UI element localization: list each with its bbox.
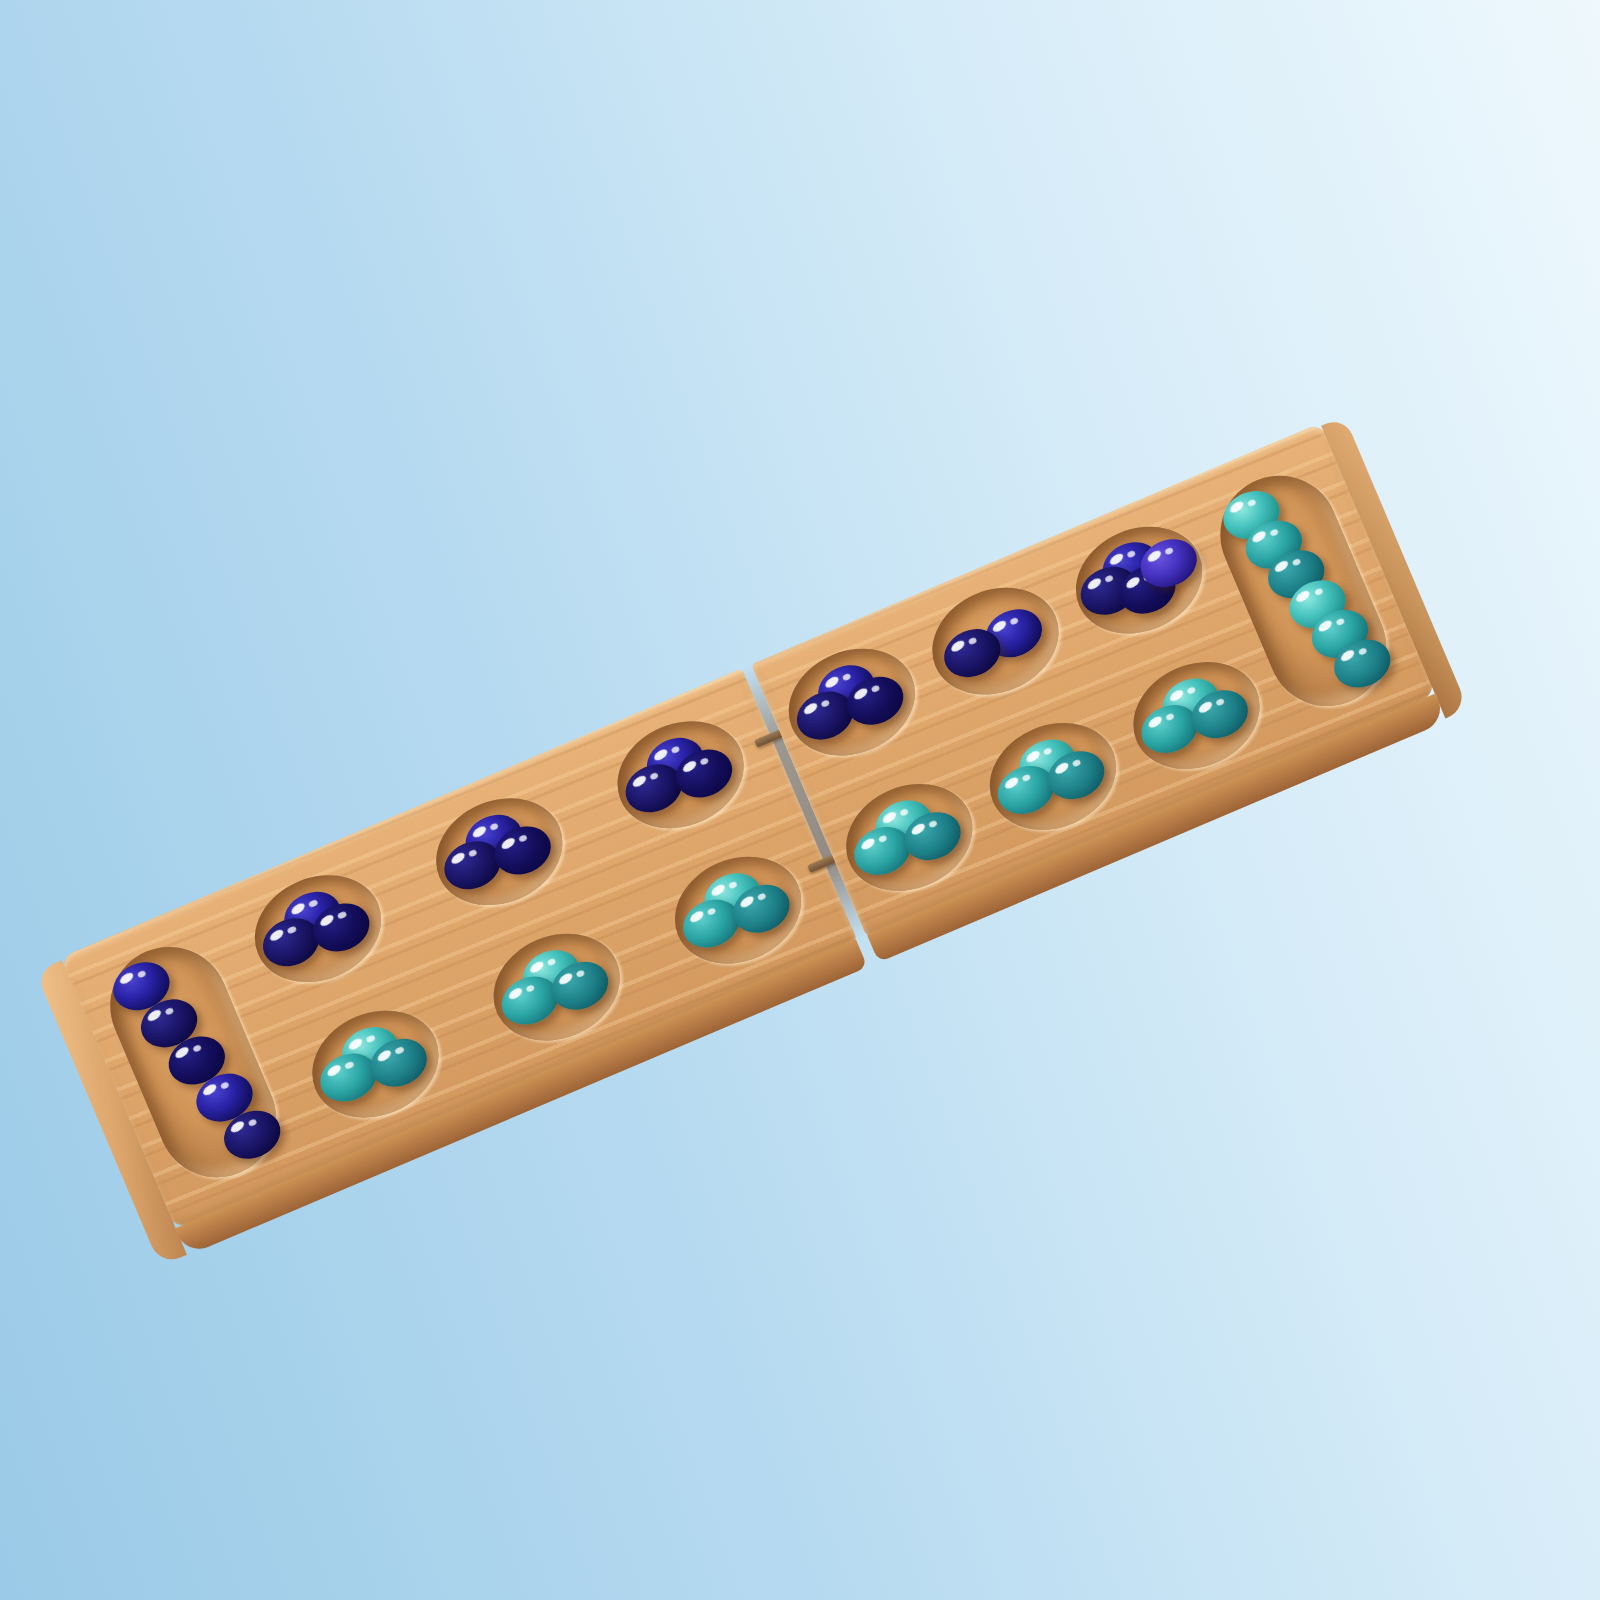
pit-top-5[interactable] — [916, 569, 1076, 714]
pit-bottom-2[interactable] — [477, 915, 637, 1060]
pit-top-1[interactable] — [238, 856, 398, 1001]
pit-bottom-6[interactable] — [1117, 643, 1277, 788]
pit-bottom-5[interactable] — [973, 704, 1133, 849]
board-perspective-wrap — [59, 422, 1437, 1230]
scene — [0, 0, 1600, 1600]
board-left-half — [59, 668, 857, 1229]
pit-top-4[interactable] — [772, 630, 932, 775]
mancala-board — [59, 422, 1437, 1230]
pit-top-3[interactable] — [600, 702, 760, 847]
pit-top-2[interactable] — [419, 779, 579, 924]
pit-bottom-3[interactable] — [658, 838, 818, 983]
pit-bottom-1[interactable] — [296, 992, 456, 1137]
pit-top-6[interactable] — [1059, 508, 1219, 653]
board-right-half — [751, 422, 1437, 936]
pit-bottom-4[interactable] — [830, 765, 990, 910]
